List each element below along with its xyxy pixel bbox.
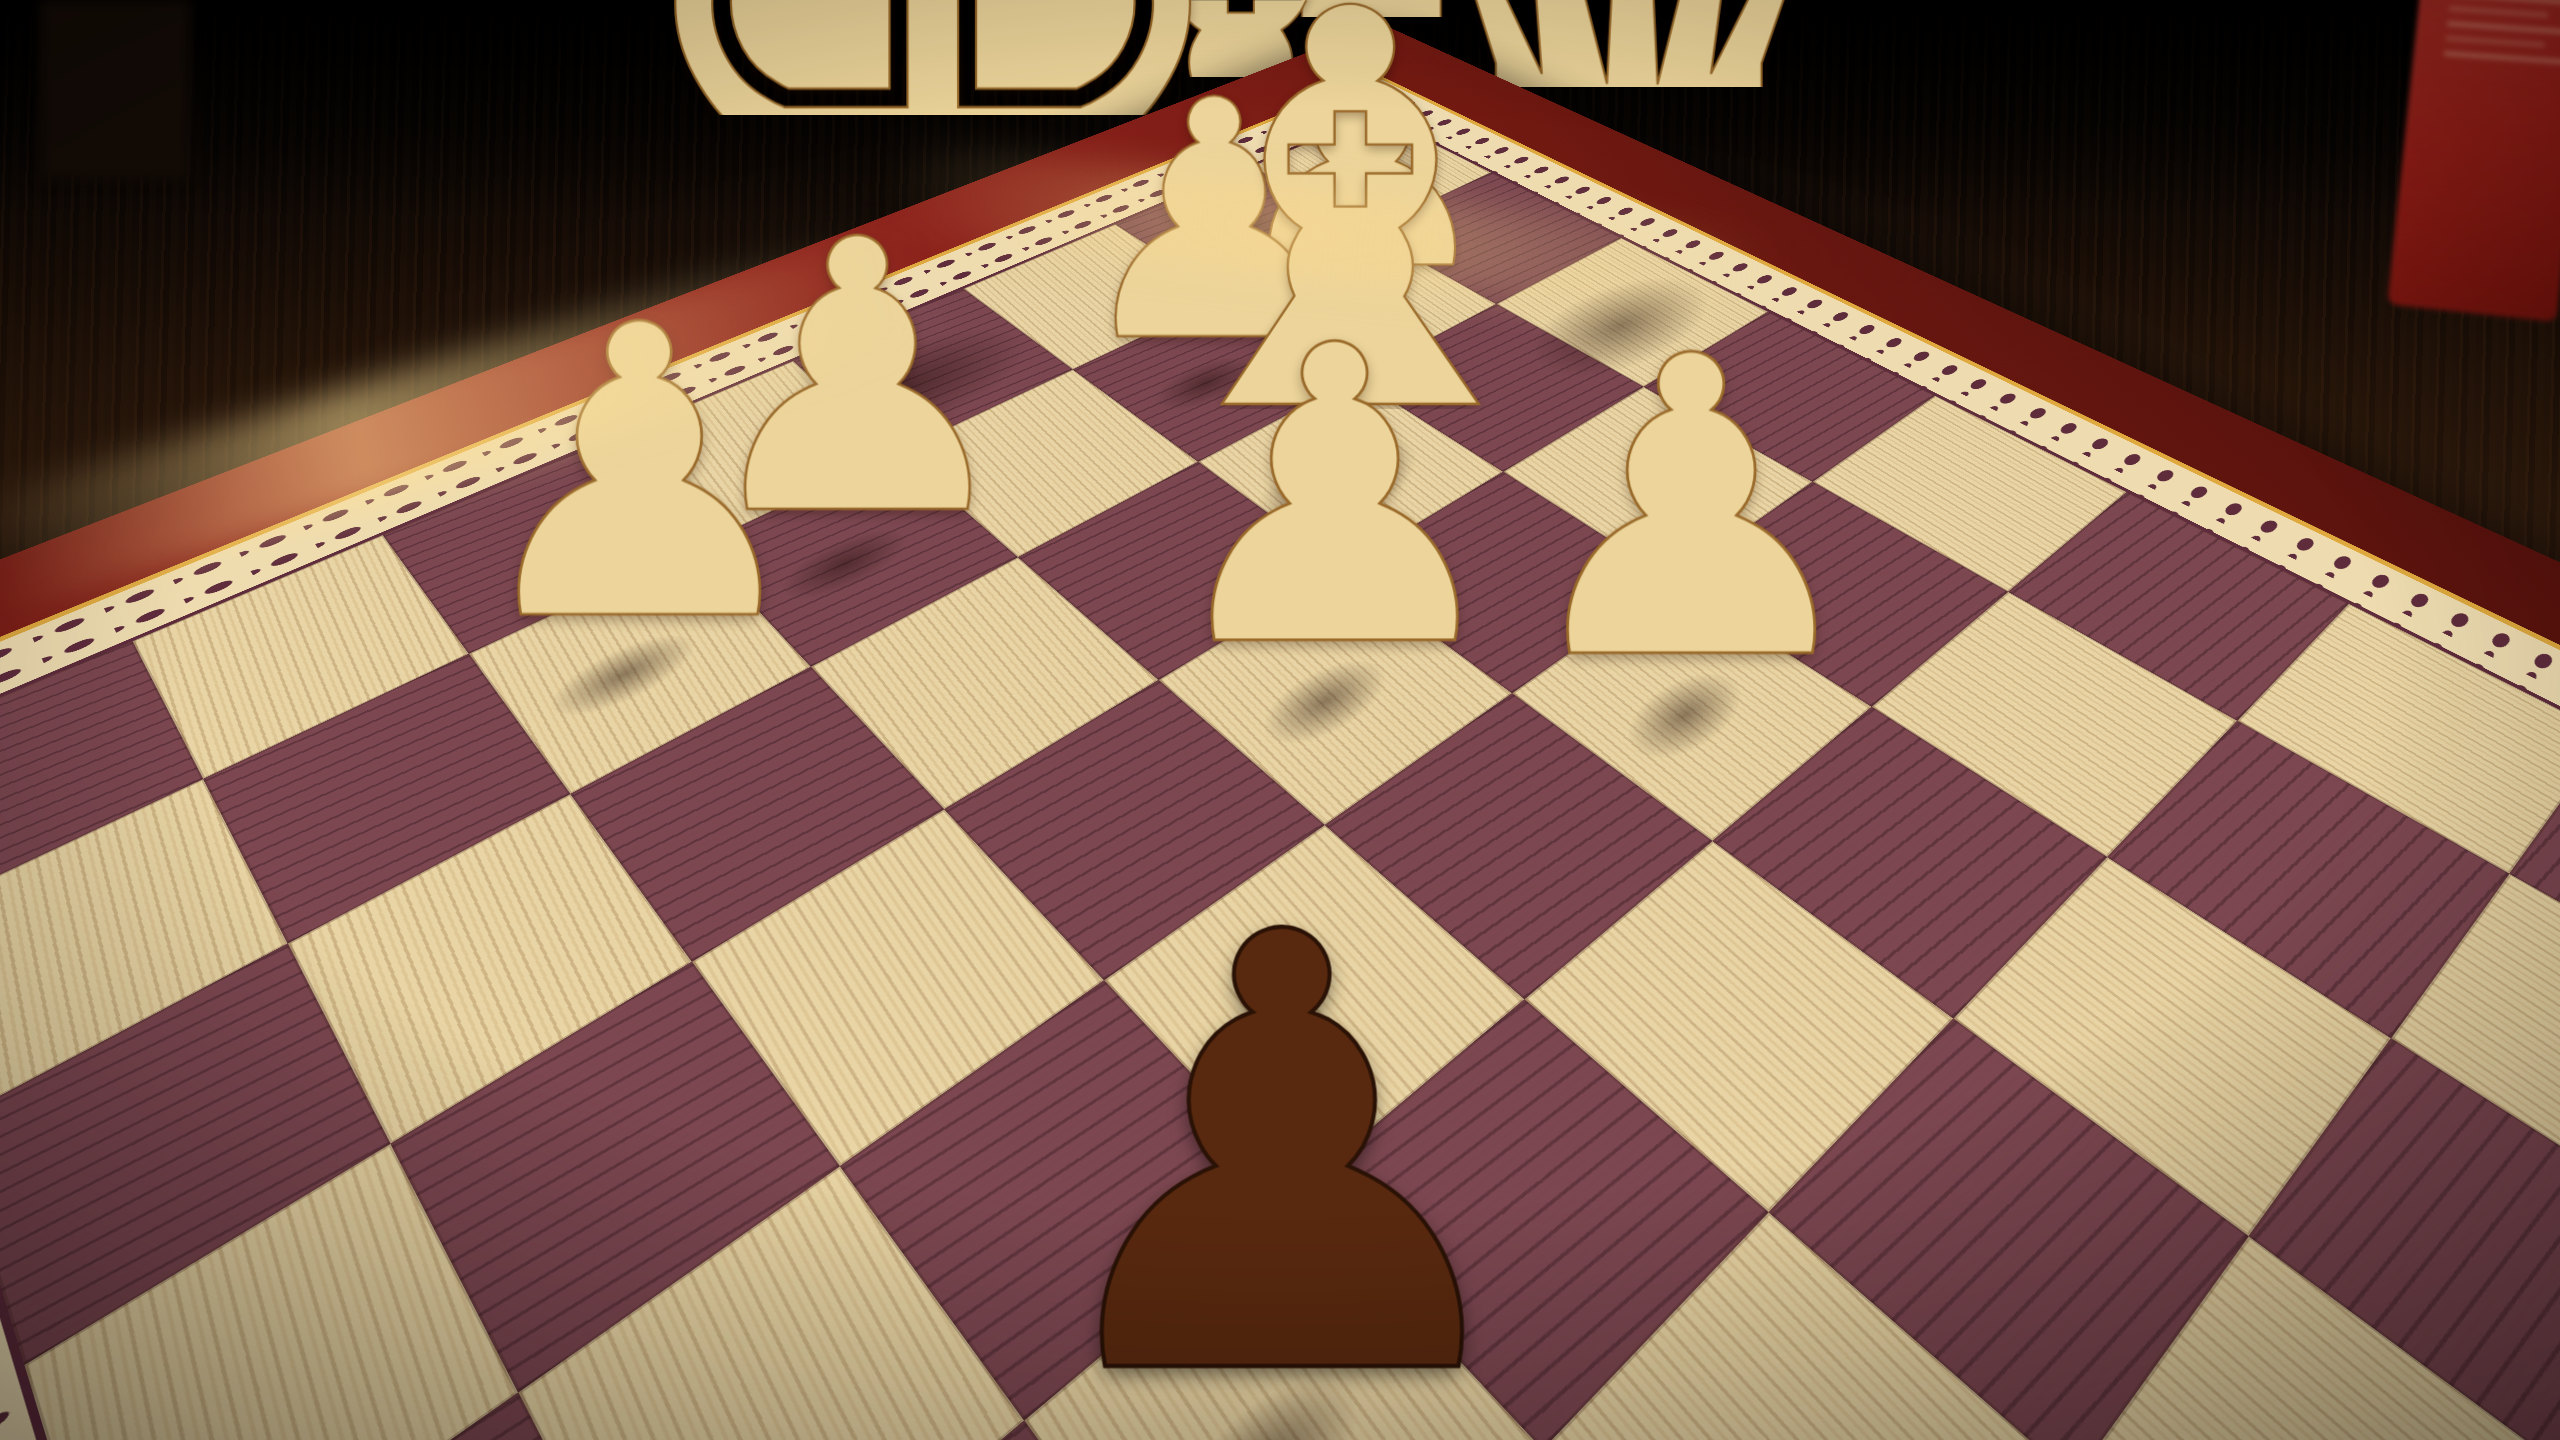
white-pawn-glyph: ♟ [459,274,820,677]
blurred-label-line [2450,0,2560,5]
blurred-label-line [2448,6,2548,18]
black-pawn-glyph: ♟ [1012,858,1551,1440]
white-pawn-glyph: ♟ [1151,293,1518,703]
red-game-box [2387,0,2560,322]
blurred-label-line [2447,21,2560,34]
chess-board: ♜♛♝♟♟♝♟♚♟♟♟♟ [0,24,2560,1440]
blurred-label-line [2445,36,2545,48]
board-grid: ♜♛♝♟♟♝♟♚♟♟♟♟ [0,114,2560,1440]
board-frame: ♜♛♝♟♟♝♟♚♟♟♟♟ [0,24,2560,1440]
white-pawn-glyph: ♟ [1506,304,1876,717]
blurred-label-line [2444,51,2560,64]
board-scene: ♜♛♝♟♟♝♟♚♟♟♟♟ [0,0,2560,1440]
